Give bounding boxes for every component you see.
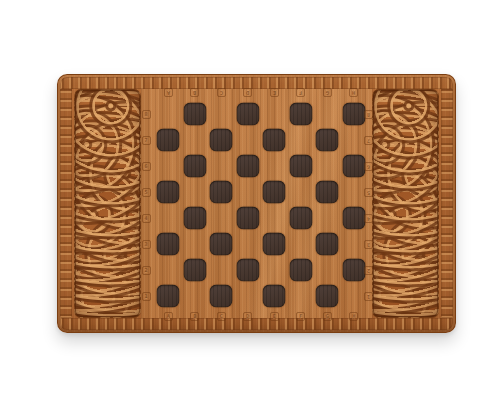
board-square <box>288 205 315 231</box>
dark-inlaid-square <box>316 181 339 204</box>
board-square <box>235 205 262 231</box>
board-square <box>208 101 235 127</box>
board-square <box>288 257 315 283</box>
board-square <box>182 101 209 127</box>
board-square <box>182 179 209 205</box>
board-square <box>235 101 262 127</box>
board-square <box>235 179 262 205</box>
coord-label-left: 7 <box>142 136 151 145</box>
board-square <box>261 205 288 231</box>
carved-border-left <box>60 89 72 318</box>
carved-border-right <box>441 89 453 318</box>
dark-inlaid-square <box>263 129 286 152</box>
board-square <box>314 231 341 257</box>
board-square <box>314 205 341 231</box>
dark-inlaid-square <box>183 207 206 230</box>
board-square <box>235 283 262 309</box>
dark-inlaid-square <box>289 207 312 230</box>
board-square <box>208 231 235 257</box>
board-square <box>288 283 315 309</box>
board-square <box>261 257 288 283</box>
dark-inlaid-square <box>316 129 339 152</box>
coord-label-top: D <box>243 88 252 97</box>
coord-label-bottom: G <box>323 312 332 321</box>
board-square <box>155 205 182 231</box>
dark-inlaid-square <box>289 155 312 178</box>
dark-inlaid-square <box>263 285 286 308</box>
board-square <box>208 205 235 231</box>
board-square <box>314 257 341 283</box>
board-square <box>261 127 288 153</box>
dark-inlaid-square <box>210 129 233 152</box>
carved-wooden-game-board: AABBCCDDEEFFGGHH8877665544332211 <box>57 74 456 333</box>
board-square <box>155 101 182 127</box>
board-square <box>288 153 315 179</box>
board-square <box>182 257 209 283</box>
acanthus-carving-panel-left <box>74 89 141 318</box>
dark-inlaid-square <box>316 233 339 256</box>
dark-inlaid-square <box>157 285 180 308</box>
coord-label-top: C <box>217 88 226 97</box>
dark-inlaid-square <box>183 103 206 126</box>
board-square <box>261 179 288 205</box>
coord-label-left: 8 <box>142 110 151 119</box>
carved-border-bottom <box>60 318 453 330</box>
carved-border-top <box>60 77 453 89</box>
coord-label-top: H <box>349 88 358 97</box>
board-square <box>235 153 262 179</box>
dark-inlaid-square <box>342 259 365 282</box>
chess-grid <box>155 101 367 309</box>
board-square <box>155 257 182 283</box>
dark-inlaid-square <box>183 155 206 178</box>
coord-label-left: 5 <box>142 188 151 197</box>
dark-inlaid-square <box>236 103 259 126</box>
coord-label-right: 5 <box>364 188 373 197</box>
dark-inlaid-square <box>263 181 286 204</box>
dark-inlaid-square <box>316 285 339 308</box>
coord-label-right: 7 <box>364 136 373 145</box>
coord-label-bottom: F <box>296 312 305 321</box>
dark-inlaid-square <box>263 233 286 256</box>
dark-inlaid-square <box>342 155 365 178</box>
board-square <box>155 231 182 257</box>
board-square <box>314 101 341 127</box>
coord-label-left: 3 <box>142 240 151 249</box>
board-square <box>235 231 262 257</box>
coord-label-bottom: D <box>243 312 252 321</box>
board-square <box>208 127 235 153</box>
dark-inlaid-square <box>157 233 180 256</box>
dark-inlaid-square <box>289 103 312 126</box>
coord-label-top: B <box>190 88 199 97</box>
board-square <box>182 231 209 257</box>
board-square <box>155 153 182 179</box>
board-square <box>155 127 182 153</box>
board-square <box>182 153 209 179</box>
dark-inlaid-square <box>210 285 233 308</box>
dark-inlaid-square <box>289 259 312 282</box>
coord-label-top: G <box>323 88 332 97</box>
coord-label-top: A <box>164 88 173 97</box>
board-square <box>155 179 182 205</box>
board-square <box>182 127 209 153</box>
board-square <box>208 283 235 309</box>
board-square <box>288 179 315 205</box>
board-square <box>261 101 288 127</box>
dark-inlaid-square <box>236 155 259 178</box>
board-square <box>208 257 235 283</box>
dark-inlaid-square <box>183 259 206 282</box>
board-square <box>261 283 288 309</box>
coord-label-bottom: H <box>349 312 358 321</box>
board-square <box>261 231 288 257</box>
board-square <box>314 127 341 153</box>
dark-inlaid-square <box>210 233 233 256</box>
coord-label-bottom: A <box>164 312 173 321</box>
board-square <box>314 283 341 309</box>
coord-label-right: 4 <box>364 214 373 223</box>
product-photo-background: AABBCCDDEEFFGGHH8877665544332211 <box>0 0 500 400</box>
dark-inlaid-square <box>342 103 365 126</box>
coord-label-right: 8 <box>364 110 373 119</box>
coord-label-right: 3 <box>364 240 373 249</box>
board-square <box>155 283 182 309</box>
coord-label-left: 4 <box>142 214 151 223</box>
coord-label-top: E <box>270 88 279 97</box>
board-square <box>208 179 235 205</box>
dark-inlaid-square <box>157 129 180 152</box>
board-square <box>235 127 262 153</box>
board-square <box>208 153 235 179</box>
board-square <box>288 231 315 257</box>
coord-label-right: 6 <box>364 162 373 171</box>
dark-inlaid-square <box>236 207 259 230</box>
coord-label-bottom: B <box>190 312 199 321</box>
board-square <box>314 153 341 179</box>
dark-inlaid-square <box>210 181 233 204</box>
dark-inlaid-square <box>236 259 259 282</box>
coord-label-right: 2 <box>364 266 373 275</box>
coord-label-bottom: C <box>217 312 226 321</box>
coord-label-left: 1 <box>142 292 151 301</box>
coord-label-bottom: E <box>270 312 279 321</box>
board-square <box>182 205 209 231</box>
coord-label-right: 1 <box>364 292 373 301</box>
coord-label-top: F <box>296 88 305 97</box>
acanthus-carving-panel-right <box>372 89 439 318</box>
board-square <box>235 257 262 283</box>
board-square <box>261 153 288 179</box>
board-square <box>288 101 315 127</box>
board-square <box>288 127 315 153</box>
coord-label-left: 6 <box>142 162 151 171</box>
board-square <box>314 179 341 205</box>
board-square <box>182 283 209 309</box>
coord-label-left: 2 <box>142 266 151 275</box>
dark-inlaid-square <box>157 181 180 204</box>
dark-inlaid-square <box>342 207 365 230</box>
